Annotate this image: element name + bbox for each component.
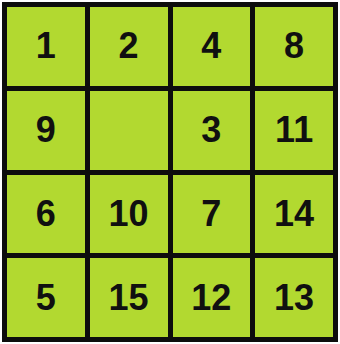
puzzle-tile-r4c2[interactable]: 15 [90,258,168,337]
puzzle-tile-r4c1[interactable]: 5 [7,258,85,337]
puzzle-tile-r3c4[interactable]: 14 [255,175,333,254]
puzzle-tile-r3c3[interactable]: 7 [173,175,251,254]
puzzle-screenshot: 1 2 4 8 9 3 11 6 10 7 14 5 15 12 13 [0,0,340,344]
puzzle-tile-r1c4[interactable]: 8 [255,7,333,86]
puzzle-tile-r4c4[interactable]: 13 [255,258,333,337]
puzzle-tile-r2c4[interactable]: 11 [255,91,333,170]
puzzle-tile-r3c2[interactable]: 10 [90,175,168,254]
puzzle-tile-r1c3[interactable]: 4 [173,7,251,86]
puzzle-tile-r1c2[interactable]: 2 [90,7,168,86]
fifteen-puzzle-board: 1 2 4 8 9 3 11 6 10 7 14 5 15 12 13 [2,2,338,342]
puzzle-tile-r2c1[interactable]: 9 [7,91,85,170]
puzzle-tile-r3c1[interactable]: 6 [7,175,85,254]
puzzle-empty-cell [90,91,168,170]
puzzle-tile-r4c3[interactable]: 12 [173,258,251,337]
puzzle-tile-r2c3[interactable]: 3 [173,91,251,170]
puzzle-tile-r1c1[interactable]: 1 [7,7,85,86]
